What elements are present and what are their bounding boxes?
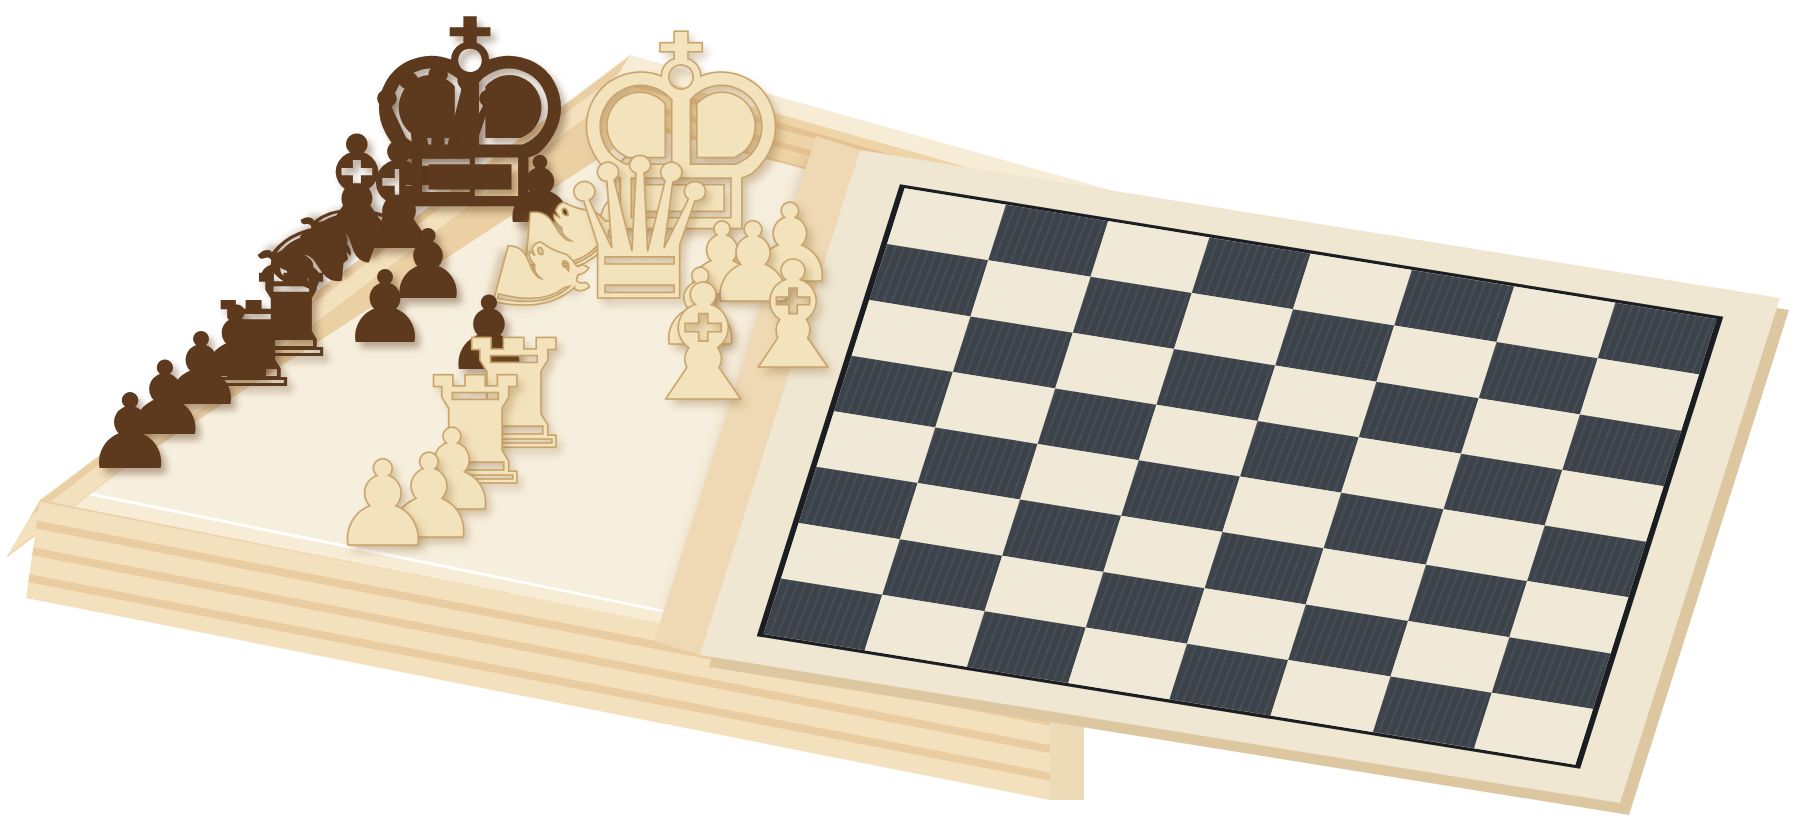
light-bishop-piece: ♝ (631, 264, 774, 424)
light-pawn-piece: ♟ (330, 445, 436, 563)
dark-pawn-piece: ♟ (83, 380, 176, 484)
dark-pawn-piece: ♟ (340, 258, 430, 358)
product-photo-scene: ♚♛♝♝♞♞♜♜♟♟♟♟♟♟♟♟♚♛♝♝♞♞♜♜♟♟♟♟♟♟♟♟ (0, 0, 1800, 830)
pieces-layer: ♚♛♝♝♞♞♜♜♟♟♟♟♟♟♟♟♚♛♝♝♞♞♜♜♟♟♟♟♟♟♟♟ (0, 0, 1800, 830)
